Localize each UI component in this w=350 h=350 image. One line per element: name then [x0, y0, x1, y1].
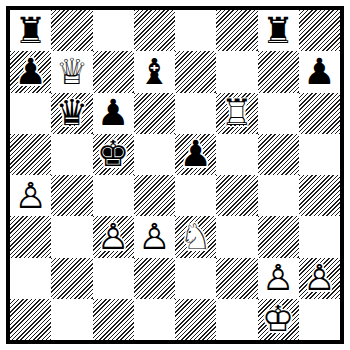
square-b6[interactable]: ♛♛ — [51, 93, 92, 134]
square-e2[interactable] — [175, 258, 216, 299]
square-c6[interactable]: ♟♟ — [93, 93, 134, 134]
piece-white-knight[interactable]: ♞♘ — [175, 216, 216, 257]
square-f2[interactable] — [216, 258, 257, 299]
square-h8[interactable] — [299, 10, 340, 51]
square-d2[interactable] — [134, 258, 175, 299]
square-a5[interactable] — [10, 134, 51, 175]
square-d1[interactable] — [134, 299, 175, 340]
square-c2[interactable] — [93, 258, 134, 299]
piece-white-pawn[interactable]: ♟♙ — [299, 258, 340, 299]
square-g8[interactable]: ♜♜ — [258, 10, 299, 51]
square-g1[interactable]: ♚♔ — [258, 299, 299, 340]
square-h2[interactable]: ♟♙ — [299, 258, 340, 299]
square-c3[interactable]: ♟♙ — [93, 216, 134, 257]
square-e3[interactable]: ♞♘ — [175, 216, 216, 257]
piece-white-pawn[interactable]: ♟♙ — [134, 216, 175, 257]
square-d5[interactable] — [134, 134, 175, 175]
chess-diagram-page: ♜♜♜♜♟♟♛♕♝♝♟♟♛♛♟♟♜♖♚♚♟♟♟♙♟♙♟♙♞♘♟♙♟♙♚♔ — [0, 0, 350, 350]
piece-white-king[interactable]: ♚♔ — [258, 299, 299, 340]
square-c7[interactable] — [93, 51, 134, 92]
square-h5[interactable] — [299, 134, 340, 175]
square-g6[interactable] — [258, 93, 299, 134]
square-g7[interactable] — [258, 51, 299, 92]
piece-black-pawn[interactable]: ♟♟ — [175, 134, 216, 175]
piece-white-pawn[interactable]: ♟♙ — [10, 175, 51, 216]
square-d4[interactable] — [134, 175, 175, 216]
square-c1[interactable] — [93, 299, 134, 340]
piece-white-pawn[interactable]: ♟♙ — [258, 258, 299, 299]
square-d6[interactable] — [134, 93, 175, 134]
white-pawn-icon: ♙ — [93, 216, 134, 257]
white-pawn-icon: ♙ — [258, 258, 299, 299]
white-pawn-icon: ♙ — [299, 258, 340, 299]
black-pawn-icon: ♟ — [299, 51, 340, 92]
square-e4[interactable] — [175, 175, 216, 216]
square-f6[interactable]: ♜♖ — [216, 93, 257, 134]
black-pawn-icon: ♟ — [175, 134, 216, 175]
white-pawn-icon: ♙ — [134, 216, 175, 257]
white-queen-icon: ♕ — [51, 51, 92, 92]
square-d3[interactable]: ♟♙ — [134, 216, 175, 257]
white-rook-icon: ♖ — [216, 93, 257, 134]
board-frame: ♜♜♜♜♟♟♛♕♝♝♟♟♛♛♟♟♜♖♚♚♟♟♟♙♟♙♟♙♞♘♟♙♟♙♚♔ — [6, 6, 344, 344]
square-a3[interactable] — [10, 216, 51, 257]
square-h1[interactable] — [299, 299, 340, 340]
square-f5[interactable] — [216, 134, 257, 175]
square-g5[interactable] — [258, 134, 299, 175]
square-e8[interactable] — [175, 10, 216, 51]
piece-black-pawn[interactable]: ♟♟ — [299, 51, 340, 92]
piece-black-rook[interactable]: ♜♜ — [10, 10, 51, 51]
piece-white-pawn[interactable]: ♟♙ — [93, 216, 134, 257]
square-f7[interactable] — [216, 51, 257, 92]
square-c8[interactable] — [93, 10, 134, 51]
square-g2[interactable]: ♟♙ — [258, 258, 299, 299]
piece-white-queen[interactable]: ♛♕ — [51, 51, 92, 92]
square-b8[interactable] — [51, 10, 92, 51]
piece-black-pawn[interactable]: ♟♟ — [93, 93, 134, 134]
square-d7[interactable]: ♝♝ — [134, 51, 175, 92]
piece-white-rook[interactable]: ♜♖ — [216, 93, 257, 134]
piece-black-pawn[interactable]: ♟♟ — [10, 51, 51, 92]
square-f3[interactable] — [216, 216, 257, 257]
chessboard: ♜♜♜♜♟♟♛♕♝♝♟♟♛♛♟♟♜♖♚♚♟♟♟♙♟♙♟♙♞♘♟♙♟♙♚♔ — [10, 10, 340, 340]
square-f8[interactable] — [216, 10, 257, 51]
black-rook-icon: ♜ — [258, 10, 299, 51]
square-a1[interactable] — [10, 299, 51, 340]
square-a7[interactable]: ♟♟ — [10, 51, 51, 92]
square-g4[interactable] — [258, 175, 299, 216]
square-b7[interactable]: ♛♕ — [51, 51, 92, 92]
square-a8[interactable]: ♜♜ — [10, 10, 51, 51]
piece-black-bishop[interactable]: ♝♝ — [134, 51, 175, 92]
square-a4[interactable]: ♟♙ — [10, 175, 51, 216]
square-e6[interactable] — [175, 93, 216, 134]
black-bishop-icon: ♝ — [134, 51, 175, 92]
square-g3[interactable] — [258, 216, 299, 257]
piece-black-queen[interactable]: ♛♛ — [51, 93, 92, 134]
square-b2[interactable] — [51, 258, 92, 299]
square-e5[interactable]: ♟♟ — [175, 134, 216, 175]
square-b3[interactable] — [51, 216, 92, 257]
square-f1[interactable] — [216, 299, 257, 340]
black-pawn-icon: ♟ — [10, 51, 51, 92]
black-queen-icon: ♛ — [51, 93, 92, 134]
square-h4[interactable] — [299, 175, 340, 216]
black-king-icon: ♚ — [93, 134, 134, 175]
black-rook-icon: ♜ — [10, 10, 51, 51]
piece-black-king[interactable]: ♚♚ — [93, 134, 134, 175]
white-pawn-icon: ♙ — [10, 175, 51, 216]
square-f4[interactable] — [216, 175, 257, 216]
square-b1[interactable] — [51, 299, 92, 340]
square-a2[interactable] — [10, 258, 51, 299]
square-d8[interactable] — [134, 10, 175, 51]
square-h3[interactable] — [299, 216, 340, 257]
white-king-icon: ♔ — [258, 299, 299, 340]
square-e1[interactable] — [175, 299, 216, 340]
square-b4[interactable] — [51, 175, 92, 216]
piece-black-rook[interactable]: ♜♜ — [258, 10, 299, 51]
square-h7[interactable]: ♟♟ — [299, 51, 340, 92]
square-h6[interactable] — [299, 93, 340, 134]
white-knight-icon: ♘ — [175, 216, 216, 257]
square-a6[interactable] — [10, 93, 51, 134]
black-pawn-icon: ♟ — [93, 93, 134, 134]
square-c5[interactable]: ♚♚ — [93, 134, 134, 175]
square-b5[interactable] — [51, 134, 92, 175]
square-c4[interactable] — [93, 175, 134, 216]
square-e7[interactable] — [175, 51, 216, 92]
